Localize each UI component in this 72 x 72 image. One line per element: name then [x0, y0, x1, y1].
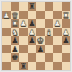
square-f8[interactable] [45, 2, 54, 11]
square-b8[interactable] [11, 2, 20, 11]
square-c5[interactable] [19, 28, 28, 37]
square-h8[interactable] [62, 2, 71, 11]
square-f5[interactable]: ♝ [45, 28, 54, 37]
square-g3[interactable] [53, 45, 62, 54]
square-d1[interactable] [28, 62, 37, 71]
square-f2[interactable] [45, 53, 54, 62]
square-e1[interactable] [36, 62, 45, 71]
black-pawn-icon: ♟ [11, 36, 20, 45]
square-d3[interactable] [28, 45, 37, 54]
square-f3[interactable] [45, 45, 54, 54]
square-f1[interactable] [45, 62, 54, 71]
square-a3[interactable] [2, 45, 11, 54]
square-c3[interactable] [19, 45, 28, 54]
square-b1[interactable] [11, 62, 20, 71]
square-c1[interactable]: ♜ [19, 62, 28, 71]
square-a4[interactable] [2, 36, 11, 45]
square-b3[interactable]: ♟ [11, 45, 20, 54]
square-f7[interactable] [45, 11, 54, 20]
square-d4[interactable]: ♟ [28, 36, 37, 45]
white-queen-icon: ♛ [11, 11, 20, 20]
square-d6[interactable]: ♟ [28, 19, 37, 28]
square-e7[interactable] [36, 11, 45, 20]
square-a1[interactable] [2, 62, 11, 71]
square-a7[interactable]: ♟ [2, 11, 11, 20]
white-rook-icon: ♜ [62, 11, 71, 20]
square-d2[interactable] [28, 53, 37, 62]
white-pawn-icon: ♟ [19, 19, 28, 28]
square-b6[interactable]: ♜ [11, 19, 20, 28]
square-g6[interactable]: ♟ [53, 19, 62, 28]
square-a6[interactable] [2, 19, 11, 28]
white-rook-icon: ♜ [11, 19, 20, 28]
square-f4[interactable] [45, 36, 54, 45]
square-c7[interactable] [19, 11, 28, 20]
square-e2[interactable] [36, 53, 45, 62]
black-king-icon: ♚ [11, 53, 20, 62]
black-pawn-icon: ♟ [36, 45, 45, 54]
square-c2[interactable] [19, 53, 28, 62]
white-knight-icon: ♞ [11, 28, 20, 37]
square-f6[interactable] [45, 19, 54, 28]
white-pawn-icon: ♟ [53, 19, 62, 28]
square-g5[interactable] [53, 28, 62, 37]
square-a2[interactable] [2, 53, 11, 62]
black-pawn-icon: ♟ [62, 36, 71, 45]
white-king-icon: ♚ [36, 36, 45, 45]
square-h6[interactable] [62, 19, 71, 28]
black-pawn-icon: ♟ [28, 36, 37, 45]
square-h5[interactable]: ♟ [62, 28, 71, 37]
square-c4[interactable] [19, 36, 28, 45]
square-e6[interactable] [36, 19, 45, 28]
white-pawn-icon: ♟ [62, 28, 71, 37]
square-h4[interactable]: ♟ [62, 36, 71, 45]
chess-board: ♜♟♛♜♜♟♟♟♞♟♝♟♟♟♚♟♟♟♚♜ [2, 2, 70, 70]
square-d5[interactable]: ♟ [28, 28, 37, 37]
square-e3[interactable]: ♟ [36, 45, 45, 54]
square-g2[interactable] [53, 53, 62, 62]
square-b7[interactable]: ♛ [11, 11, 20, 20]
square-e4[interactable]: ♚ [36, 36, 45, 45]
diagram-frame: ♜♟♛♜♜♟♟♟♞♟♝♟♟♟♚♟♟♟♚♜ [0, 0, 72, 72]
square-h7[interactable]: ♜ [62, 11, 71, 20]
white-bishop-icon: ♝ [45, 28, 54, 37]
square-b5[interactable]: ♞ [11, 28, 20, 37]
white-pawn-icon: ♟ [28, 28, 37, 37]
square-d7[interactable] [28, 11, 37, 20]
black-rook-icon: ♜ [19, 62, 28, 71]
square-g7[interactable] [53, 11, 62, 20]
square-b4[interactable]: ♟ [11, 36, 20, 45]
white-pawn-icon: ♟ [2, 11, 11, 20]
black-pawn-icon: ♟ [11, 45, 20, 54]
square-b2[interactable]: ♚ [11, 53, 20, 62]
square-d8[interactable]: ♜ [28, 2, 37, 11]
square-a8[interactable] [2, 2, 11, 11]
square-h1[interactable] [62, 62, 71, 71]
square-g1[interactable] [53, 62, 62, 71]
square-h2[interactable] [62, 53, 71, 62]
square-g8[interactable] [53, 2, 62, 11]
square-c8[interactable] [19, 2, 28, 11]
black-rook-icon: ♜ [28, 2, 37, 11]
square-c6[interactable]: ♟ [19, 19, 28, 28]
square-g4[interactable] [53, 36, 62, 45]
black-pawn-icon: ♟ [28, 19, 37, 28]
square-a5[interactable] [2, 28, 11, 37]
square-h3[interactable] [62, 45, 71, 54]
square-e8[interactable] [36, 2, 45, 11]
square-e5[interactable] [36, 28, 45, 37]
